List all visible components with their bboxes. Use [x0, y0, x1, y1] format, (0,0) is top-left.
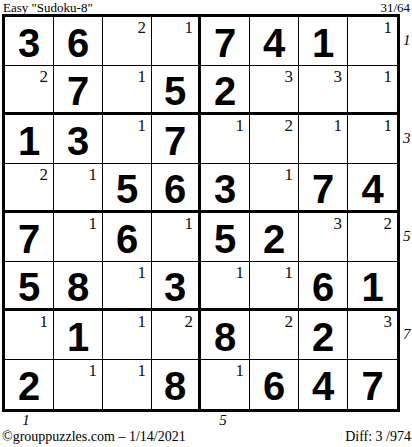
given-digit: 7: [214, 20, 236, 63]
given-digit: 7: [361, 363, 383, 406]
cell-r4c7[interactable]: 7: [299, 164, 348, 213]
cell-r5c3[interactable]: 6: [103, 213, 152, 262]
given-digit: 6: [312, 264, 334, 307]
given-digit: 6: [67, 20, 89, 63]
cell-r4c3[interactable]: 5: [103, 164, 152, 213]
pencil-mark: 1: [138, 117, 147, 134]
given-digit: 4: [263, 20, 285, 63]
cell-r3c1[interactable]: 1: [5, 115, 54, 164]
cell-r5c6[interactable]: 2: [250, 213, 299, 262]
cell-r3c8[interactable]: 1: [348, 115, 397, 164]
cell-r5c8[interactable]: 2: [348, 213, 397, 262]
cell-r1c2[interactable]: 6: [54, 17, 103, 66]
pencil-mark: 1: [185, 215, 194, 232]
pencil-mark: 1: [236, 362, 245, 379]
pencil-mark: 1: [89, 215, 98, 232]
cell-r1c6[interactable]: 4: [250, 17, 299, 66]
cell-r2c5[interactable]: 2: [201, 66, 250, 115]
cell-r7c5[interactable]: 8: [201, 311, 250, 360]
cell-r7c1[interactable]: 1: [5, 311, 54, 360]
cell-r6c8[interactable]: 1: [348, 262, 397, 311]
cell-r4c6[interactable]: 1: [250, 164, 299, 213]
given-digit: 1: [18, 118, 40, 161]
given-digit: 1: [67, 314, 89, 357]
pencil-mark: 1: [285, 166, 294, 183]
given-digit: 8: [164, 363, 186, 406]
given-digit: 5: [116, 166, 138, 209]
cell-r6c2[interactable]: 8: [54, 262, 103, 311]
pencil-mark: 2: [285, 313, 294, 330]
given-digit: 8: [214, 314, 236, 357]
sudoku-board: 3621741127152331131712112156317471615232…: [2, 14, 400, 412]
cell-r5c7[interactable]: 3: [299, 213, 348, 262]
pencil-mark: 3: [334, 68, 343, 85]
cell-r1c3[interactable]: 2: [103, 17, 152, 66]
cell-r2c3[interactable]: 1: [103, 66, 152, 115]
pencil-mark: 1: [236, 264, 245, 281]
cell-r2c1[interactable]: 2: [5, 66, 54, 115]
cell-r6c7[interactable]: 6: [299, 262, 348, 311]
given-digit: 6: [263, 363, 285, 406]
cell-r1c4[interactable]: 1: [152, 17, 201, 66]
col-label-1: 1: [20, 412, 32, 428]
pencil-mark: 2: [384, 215, 393, 232]
cell-r7c8[interactable]: 3: [348, 311, 397, 360]
cell-r8c6[interactable]: 6: [250, 360, 299, 409]
cell-r3c3[interactable]: 1: [103, 115, 152, 164]
cell-r1c7[interactable]: 1: [299, 17, 348, 66]
pencil-mark: 1: [285, 264, 294, 281]
copyright-text: ©grouppuzzles.com – 1/14/2021: [2, 429, 186, 445]
cell-r4c5[interactable]: 3: [201, 164, 250, 213]
given-digit: 5: [214, 216, 236, 259]
given-digit: 5: [164, 68, 186, 111]
cell-r7c3[interactable]: 1: [103, 311, 152, 360]
pencil-mark: 1: [138, 313, 147, 330]
cell-r1c1[interactable]: 3: [5, 17, 54, 66]
given-digit: 2: [18, 363, 40, 406]
cell-r1c8[interactable]: 1: [348, 17, 397, 66]
cell-r8c8[interactable]: 7: [348, 360, 397, 409]
given-digit: 3: [18, 20, 40, 63]
pencil-mark: 1: [334, 117, 343, 134]
pencil-mark: 2: [138, 19, 147, 36]
given-digit: 4: [361, 166, 383, 209]
cell-r7c6[interactable]: 2: [250, 311, 299, 360]
difficulty-text: Diff: 3 /974: [345, 429, 411, 445]
cell-r4c8[interactable]: 4: [348, 164, 397, 213]
cell-r6c1[interactable]: 5: [5, 262, 54, 311]
given-digit: 3: [164, 264, 186, 307]
row-label-1: 1: [403, 32, 412, 48]
pencil-mark: 3: [334, 215, 343, 232]
given-digit: 4: [312, 363, 334, 406]
cell-r2c8[interactable]: 1: [348, 66, 397, 115]
row-label-7: 7: [403, 326, 412, 342]
cell-r8c5[interactable]: 1: [201, 360, 250, 409]
pencil-mark: 1: [384, 117, 393, 134]
pencil-mark: 1: [384, 19, 393, 36]
cell-r4c4[interactable]: 6: [152, 164, 201, 213]
pencil-mark: 3: [285, 68, 294, 85]
given-digit: 3: [67, 118, 89, 161]
cell-r7c2[interactable]: 1: [54, 311, 103, 360]
pencil-mark: 1: [89, 362, 98, 379]
cell-r7c7[interactable]: 2: [299, 311, 348, 360]
given-digit: 5: [18, 264, 40, 307]
cell-r3c5[interactable]: 1: [201, 115, 250, 164]
cell-r8c2[interactable]: 1: [54, 360, 103, 409]
pencil-mark: 1: [138, 362, 147, 379]
given-digit: 1: [312, 20, 334, 63]
given-digit: 8: [67, 264, 89, 307]
cell-r8c3[interactable]: 1: [103, 360, 152, 409]
given-digit: 2: [312, 314, 334, 357]
pencil-mark: 3: [384, 313, 393, 330]
cell-r3c6[interactable]: 2: [250, 115, 299, 164]
pencil-mark: 2: [40, 166, 49, 183]
cell-r8c4[interactable]: 8: [152, 360, 201, 409]
cell-r2c6[interactable]: 3: [250, 66, 299, 115]
cell-r6c3[interactable]: 1: [103, 262, 152, 311]
cell-r8c1[interactable]: 2: [5, 360, 54, 409]
pencil-mark: 2: [185, 313, 194, 330]
given-digit: 7: [312, 166, 334, 209]
cell-r6c4[interactable]: 3: [152, 262, 201, 311]
given-digit: 6: [116, 216, 138, 259]
pencil-mark: 1: [40, 313, 49, 330]
cell-r7c4[interactable]: 2: [152, 311, 201, 360]
given-digit: 7: [18, 216, 40, 259]
pencil-mark: 2: [285, 117, 294, 134]
given-digit: 3: [214, 166, 236, 209]
given-digit: 1: [361, 264, 383, 307]
pencil-mark: 1: [384, 68, 393, 85]
cell-r2c7[interactable]: 3: [299, 66, 348, 115]
cell-r5c5[interactable]: 5: [201, 213, 250, 262]
pencil-mark: 1: [236, 117, 245, 134]
pencil-mark: 1: [185, 19, 194, 36]
pencil-mark: 2: [40, 68, 49, 85]
cell-r5c4[interactable]: 1: [152, 213, 201, 262]
cell-r6c6[interactable]: 1: [250, 262, 299, 311]
cell-r2c2[interactable]: 7: [54, 66, 103, 115]
row-label-5: 5: [403, 228, 412, 244]
pencil-mark: 1: [89, 166, 98, 183]
col-label-5: 5: [217, 412, 229, 428]
cell-r3c4[interactable]: 7: [152, 115, 201, 164]
cell-r6c5[interactable]: 1: [201, 262, 250, 311]
cell-r8c7[interactable]: 4: [299, 360, 348, 409]
cell-r3c2[interactable]: 3: [54, 115, 103, 164]
given-digit: 6: [164, 166, 186, 209]
given-digit: 2: [214, 68, 236, 111]
cell-r2c4[interactable]: 5: [152, 66, 201, 115]
cell-r5c1[interactable]: 7: [5, 213, 54, 262]
given-digit: 2: [263, 216, 285, 259]
pencil-mark: 1: [138, 68, 147, 85]
cell-r4c2[interactable]: 1: [54, 164, 103, 213]
cell-r5c2[interactable]: 1: [54, 213, 103, 262]
pencil-mark: 1: [138, 264, 147, 281]
cell-r4c1[interactable]: 2: [5, 164, 54, 213]
cell-r3c7[interactable]: 1: [299, 115, 348, 164]
cell-r1c5[interactable]: 7: [201, 17, 250, 66]
given-digit: 7: [164, 118, 186, 161]
row-label-3: 3: [403, 130, 412, 146]
given-digit: 7: [67, 68, 89, 111]
